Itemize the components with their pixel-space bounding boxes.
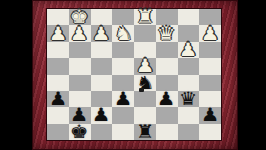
square-g3 [69,42,91,58]
video-still: ♚♜♟♟♟♞♛♟♟♟♞♟♟♟♛♟♟♟♚♜ [0,0,266,150]
square-f7: ♟ [91,107,113,123]
square-d8: ♜ [134,124,156,140]
square-a2: ♟ [199,25,221,41]
square-e6: ♟ [112,91,134,107]
square-c2: ♛ [156,25,178,41]
square-d2 [134,25,156,41]
piece-black-pawn: ♟ [114,90,133,108]
piece-white-knight: ♞ [114,24,133,42]
piece-white-pawn: ♟ [70,24,89,42]
square-b8 [178,124,200,140]
piece-black-pawn: ♟ [92,106,111,124]
square-c7 [156,107,178,123]
piece-white-pawn: ♟ [49,24,68,42]
chessboard: ♚♜♟♟♟♞♛♟♟♟♞♟♟♟♛♟♟♟♚♜ [47,9,221,140]
square-f5 [91,75,113,91]
square-a3 [199,42,221,58]
square-b4 [178,58,200,74]
piece-black-rook: ♜ [136,122,155,140]
piece-white-pawn: ♟ [179,40,198,58]
square-f8 [91,124,113,140]
square-b6: ♛ [178,91,200,107]
square-h3 [47,42,69,58]
square-f4 [91,58,113,74]
piece-black-pawn: ♟ [201,106,220,124]
piece-white-queen: ♛ [157,24,176,42]
square-e7 [112,107,134,123]
square-h2: ♟ [47,25,69,41]
square-c3 [156,42,178,58]
square-e8 [112,124,134,140]
square-b1 [178,9,200,25]
square-g8: ♚ [69,124,91,140]
square-a8 [199,124,221,140]
square-h4 [47,58,69,74]
piece-black-pawn: ♟ [157,90,176,108]
square-a7: ♟ [199,107,221,123]
square-h8 [47,124,69,140]
square-g2: ♟ [69,25,91,41]
square-g4 [69,58,91,74]
square-b3: ♟ [178,42,200,58]
square-f3 [91,42,113,58]
piece-white-pawn: ♟ [201,24,220,42]
square-c4 [156,58,178,74]
square-d6 [134,91,156,107]
piece-black-king: ♚ [70,122,89,140]
piece-black-pawn: ♟ [49,90,68,108]
square-e4 [112,58,134,74]
square-h7 [47,107,69,123]
square-d1: ♜ [134,9,156,25]
square-b7 [178,107,200,123]
square-c8 [156,124,178,140]
square-a4 [199,58,221,74]
square-g5 [69,75,91,91]
square-e3 [112,42,134,58]
square-a5 [199,75,221,91]
square-d5: ♞ [134,75,156,91]
square-c6: ♟ [156,91,178,107]
square-e2: ♞ [112,25,134,41]
piece-white-rook: ♜ [136,8,155,26]
piece-black-queen: ♛ [179,90,198,108]
square-h6: ♟ [47,91,69,107]
square-f2: ♟ [91,25,113,41]
piece-white-pawn: ♟ [92,24,111,42]
video-artifact-dot [139,88,144,92]
